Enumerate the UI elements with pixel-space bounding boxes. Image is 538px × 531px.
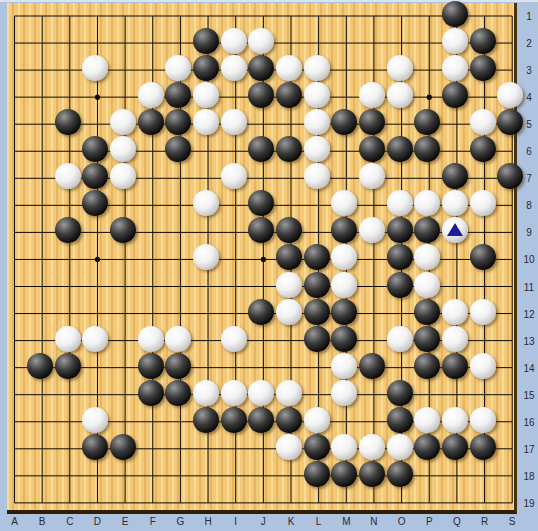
black-stone-M18[interactable] (331, 461, 357, 487)
black-stone-C14[interactable] (55, 353, 81, 379)
row-label-18: 18 (520, 471, 538, 482)
column-label-F: F (145, 516, 161, 527)
black-stone-P14[interactable] (414, 353, 440, 379)
black-stone-P13[interactable] (414, 326, 440, 352)
white-stone-N4[interactable] (359, 82, 385, 108)
row-label-17: 17 (520, 444, 538, 455)
black-stone-P17[interactable] (414, 434, 440, 460)
column-label-H: H (200, 516, 216, 527)
column-label-R: R (477, 516, 493, 527)
white-stone-I2[interactable] (221, 28, 247, 54)
row-label-14: 14 (520, 363, 538, 374)
black-stone-J16[interactable] (248, 407, 274, 433)
white-stone-Q13[interactable] (442, 326, 468, 352)
black-stone-R3[interactable] (470, 55, 496, 81)
row-label-12: 12 (520, 309, 538, 320)
white-stone-K11[interactable] (276, 272, 302, 298)
column-label-I: I (228, 516, 244, 527)
black-stone-F5[interactable] (138, 109, 164, 135)
row-label-1: 1 (520, 11, 538, 22)
black-stone-R10[interactable] (470, 244, 496, 270)
black-stone-J12[interactable] (248, 299, 274, 325)
black-stone-L18[interactable] (304, 461, 330, 487)
white-stone-O13[interactable] (387, 326, 413, 352)
white-stone-J15[interactable] (248, 380, 274, 406)
white-stone-L7[interactable] (304, 163, 330, 189)
row-label-15: 15 (520, 390, 538, 401)
column-label-B: B (34, 516, 50, 527)
row-label-2: 2 (520, 38, 538, 49)
white-stone-O3[interactable] (387, 55, 413, 81)
black-stone-G15[interactable] (165, 380, 191, 406)
column-label-D: D (89, 516, 105, 527)
black-stone-N6[interactable] (359, 136, 385, 162)
black-stone-Q17[interactable] (442, 434, 468, 460)
black-stone-H2[interactable] (193, 28, 219, 54)
white-stone-R16[interactable] (470, 407, 496, 433)
row-label-10: 10 (520, 254, 538, 265)
row-label-6: 6 (520, 146, 538, 157)
column-label-C: C (62, 516, 78, 527)
white-stone-R8[interactable] (470, 190, 496, 216)
black-stone-Q4[interactable] (442, 82, 468, 108)
black-stone-I16[interactable] (221, 407, 247, 433)
column-label-N: N (366, 516, 382, 527)
black-stone-O6[interactable] (387, 136, 413, 162)
column-label-L: L (311, 516, 327, 527)
white-stone-D13[interactable] (82, 326, 108, 352)
star-point (261, 257, 266, 262)
black-stone-P12[interactable] (414, 299, 440, 325)
row-label-4: 4 (520, 92, 538, 103)
white-stone-K3[interactable] (276, 55, 302, 81)
black-stone-H3[interactable] (193, 55, 219, 81)
black-stone-L12[interactable] (304, 299, 330, 325)
row-label-13: 13 (520, 336, 538, 347)
row-label-5: 5 (520, 119, 538, 130)
black-stone-C5[interactable] (55, 109, 81, 135)
white-stone-K12[interactable] (276, 299, 302, 325)
star-point (427, 95, 432, 100)
white-stone-M17[interactable] (331, 434, 357, 460)
white-stone-Q12[interactable] (442, 299, 468, 325)
white-stone-C7[interactable] (55, 163, 81, 189)
column-label-O: O (394, 516, 410, 527)
black-stone-R2[interactable] (470, 28, 496, 54)
white-stone-L3[interactable] (304, 55, 330, 81)
star-point (95, 95, 100, 100)
black-stone-Q7[interactable] (442, 163, 468, 189)
white-stone-L16[interactable] (304, 407, 330, 433)
black-stone-O9[interactable] (387, 217, 413, 243)
black-stone-L10[interactable] (304, 244, 330, 270)
white-stone-K17[interactable] (276, 434, 302, 460)
white-stone-C13[interactable] (55, 326, 81, 352)
black-stone-Q1[interactable] (442, 1, 468, 27)
column-label-E: E (117, 516, 133, 527)
column-label-P: P (421, 516, 437, 527)
black-stone-O10[interactable] (387, 244, 413, 270)
black-stone-L11[interactable] (304, 272, 330, 298)
black-stone-K4[interactable] (276, 82, 302, 108)
column-label-K: K (283, 516, 299, 527)
white-stone-F13[interactable] (138, 326, 164, 352)
white-stone-H4[interactable] (193, 82, 219, 108)
white-stone-R12[interactable] (470, 299, 496, 325)
white-stone-I7[interactable] (221, 163, 247, 189)
column-label-J: J (255, 516, 271, 527)
white-stone-Q3[interactable] (442, 55, 468, 81)
column-label-Q: Q (449, 516, 465, 527)
black-stone-N5[interactable] (359, 109, 385, 135)
black-stone-L13[interactable] (304, 326, 330, 352)
white-stone-L5[interactable] (304, 109, 330, 135)
column-label-S: S (504, 516, 520, 527)
white-stone-L4[interactable] (304, 82, 330, 108)
white-stone-P11[interactable] (414, 272, 440, 298)
row-label-3: 3 (520, 65, 538, 76)
black-stone-E17[interactable] (110, 434, 136, 460)
white-stone-Q2[interactable] (442, 28, 468, 54)
white-stone-H15[interactable] (193, 380, 219, 406)
white-stone-I13[interactable] (221, 326, 247, 352)
column-label-G: G (172, 516, 188, 527)
row-label-8: 8 (520, 200, 538, 211)
white-stone-I15[interactable] (221, 380, 247, 406)
black-stone-O15[interactable] (387, 380, 413, 406)
black-stone-O16[interactable] (387, 407, 413, 433)
white-stone-M11[interactable] (331, 272, 357, 298)
black-stone-N18[interactable] (359, 461, 385, 487)
white-stone-O4[interactable] (387, 82, 413, 108)
white-stone-Q16[interactable] (442, 407, 468, 433)
black-stone-F14[interactable] (138, 353, 164, 379)
black-stone-O11[interactable] (387, 272, 413, 298)
black-stone-Q14[interactable] (442, 353, 468, 379)
white-stone-I3[interactable] (221, 55, 247, 81)
white-stone-G13[interactable] (165, 326, 191, 352)
black-stone-R6[interactable] (470, 136, 496, 162)
white-stone-M15[interactable] (331, 380, 357, 406)
white-stone-L6[interactable] (304, 136, 330, 162)
black-stone-N14[interactable] (359, 353, 385, 379)
black-stone-M12[interactable] (331, 299, 357, 325)
white-stone-R14[interactable] (470, 353, 496, 379)
black-stone-G14[interactable] (165, 353, 191, 379)
white-stone-I5[interactable] (221, 109, 247, 135)
black-stone-M13[interactable] (331, 326, 357, 352)
column-label-M: M (338, 516, 354, 527)
black-stone-O18[interactable] (387, 461, 413, 487)
row-label-11: 11 (520, 282, 538, 293)
white-stone-R5[interactable] (470, 109, 496, 135)
row-label-7: 7 (520, 173, 538, 184)
black-stone-K16[interactable] (276, 407, 302, 433)
row-label-9: 9 (520, 227, 538, 238)
go-app-window: 12345678910111213141516171819 ABCDEFGHIJ… (0, 0, 538, 531)
white-stone-N17[interactable] (359, 434, 385, 460)
white-stone-O8[interactable] (387, 190, 413, 216)
black-stone-L17[interactable] (304, 434, 330, 460)
black-stone-R17[interactable] (470, 434, 496, 460)
row-label-16: 16 (520, 417, 538, 428)
star-point (95, 257, 100, 262)
black-stone-H16[interactable] (193, 407, 219, 433)
black-stone-B14[interactable] (27, 353, 53, 379)
last-move-triangle-marker (447, 223, 463, 236)
row-label-19: 19 (520, 498, 538, 509)
white-stone-F4[interactable] (138, 82, 164, 108)
white-stone-M14[interactable] (331, 353, 357, 379)
white-stone-P16[interactable] (414, 407, 440, 433)
white-stone-K15[interactable] (276, 380, 302, 406)
white-stone-O17[interactable] (387, 434, 413, 460)
column-label-A: A (7, 516, 23, 527)
black-stone-C9[interactable] (55, 217, 81, 243)
black-stone-F15[interactable] (138, 380, 164, 406)
